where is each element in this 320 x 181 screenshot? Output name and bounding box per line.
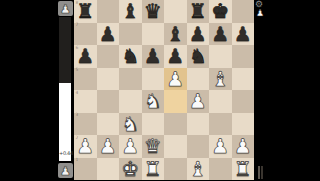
rank-label: 5: [76, 68, 79, 73]
black-pawn[interactable]: ♟: [189, 24, 207, 44]
black-knight[interactable]: ♞: [189, 46, 207, 66]
square-d7[interactable]: [142, 23, 165, 46]
black-pawn[interactable]: ♟: [211, 24, 229, 44]
eval-score: +0.44: [59, 150, 71, 156]
square-d8[interactable]: ♛: [142, 0, 165, 23]
square-g7[interactable]: ♟: [209, 23, 232, 46]
white-queen[interactable]: ♛: [144, 136, 162, 156]
square-h1[interactable]: ♜: [232, 158, 255, 181]
black-king[interactable]: ♚: [211, 1, 229, 21]
square-c1[interactable]: ♚: [119, 158, 142, 181]
square-g5[interactable]: ♝: [209, 68, 232, 91]
square-d2[interactable]: ♛: [142, 135, 165, 158]
square-h7[interactable]: ♟: [232, 23, 255, 46]
square-d3[interactable]: [142, 113, 165, 136]
square-h6[interactable]: [232, 45, 255, 68]
white-pawn[interactable]: ♟: [76, 136, 94, 156]
square-e5[interactable]: ♟: [164, 68, 187, 91]
square-b8[interactable]: [97, 0, 120, 23]
square-c2[interactable]: ♟: [119, 135, 142, 158]
white-pawn[interactable]: ♟: [211, 136, 229, 156]
square-f5[interactable]: [187, 68, 210, 91]
eval-gauge: +0.44: [59, 17, 71, 161]
eval-gauge-black-portion: [59, 17, 71, 83]
square-b2[interactable]: ♟: [97, 135, 120, 158]
white-rook[interactable]: ♜: [234, 159, 252, 179]
square-e1[interactable]: [164, 158, 187, 181]
square-b4[interactable]: [97, 90, 120, 113]
square-a3[interactable]: 3: [74, 113, 97, 136]
square-a6[interactable]: 6♟: [74, 45, 97, 68]
rank-label: 8: [76, 1, 79, 6]
square-e7[interactable]: ♝: [164, 23, 187, 46]
square-g2[interactable]: ♟: [209, 135, 232, 158]
black-pawn[interactable]: ♟: [166, 46, 184, 66]
black-bishop[interactable]: ♝: [121, 1, 139, 21]
square-f4[interactable]: ♟: [187, 90, 210, 113]
black-pawn[interactable]: ♟: [76, 46, 94, 66]
square-g6[interactable]: [209, 45, 232, 68]
square-d1[interactable]: ♜: [142, 158, 165, 181]
app-root: ♟ +0.44 ♟ 8♜♝♛♜♚7♟♝♟♟♟6♟♞♟♟♞5♟♝4♞♟3♞2♟♟♟…: [0, 0, 320, 180]
square-g8[interactable]: ♚: [209, 0, 232, 23]
square-b7[interactable]: ♟: [97, 23, 120, 46]
square-c3[interactable]: ♞: [119, 113, 142, 136]
square-e4[interactable]: [164, 90, 187, 113]
square-c4[interactable]: [119, 90, 142, 113]
square-e3[interactable]: [164, 113, 187, 136]
square-b5[interactable]: [97, 68, 120, 91]
square-a2[interactable]: 2♟: [74, 135, 97, 158]
square-a8[interactable]: 8♜: [74, 0, 97, 23]
black-rook[interactable]: ♜: [189, 1, 207, 21]
square-g4[interactable]: [209, 90, 232, 113]
black-knight[interactable]: ♞: [121, 46, 139, 66]
rank-label: 7: [76, 23, 79, 28]
square-b6[interactable]: [97, 45, 120, 68]
rank-label: 2: [76, 136, 79, 141]
square-a1[interactable]: 1: [74, 158, 97, 181]
square-b3[interactable]: [97, 113, 120, 136]
black-queen[interactable]: ♛: [144, 1, 162, 21]
square-b1[interactable]: [97, 158, 120, 181]
white-king[interactable]: ♚: [121, 159, 139, 179]
square-d4[interactable]: ♞: [142, 90, 165, 113]
piece-set-pawn-icon[interactable]: ♟: [256, 8, 264, 18]
square-f3[interactable]: [187, 113, 210, 136]
rank-label: 6: [76, 46, 79, 51]
square-d6[interactable]: ♟: [142, 45, 165, 68]
white-pawn[interactable]: ♟: [234, 136, 252, 156]
square-a5[interactable]: 5: [74, 68, 97, 91]
black-pawn[interactable]: ♟: [99, 24, 117, 44]
black-rook[interactable]: ♜: [76, 1, 94, 21]
square-c8[interactable]: ♝: [119, 0, 142, 23]
square-f6[interactable]: ♞: [187, 45, 210, 68]
square-h2[interactable]: ♟: [232, 135, 255, 158]
square-a4[interactable]: 4: [74, 90, 97, 113]
pawn-avatar-icon: ♟: [60, 165, 71, 177]
pawn-avatar-icon: ♟: [60, 3, 71, 15]
square-h5[interactable]: [232, 68, 255, 91]
white-rook[interactable]: ♜: [144, 159, 162, 179]
top-player-avatar[interactable]: ♟: [58, 1, 73, 16]
white-pawn[interactable]: ♟: [121, 136, 139, 156]
square-h4[interactable]: [232, 90, 255, 113]
square-d5[interactable]: [142, 68, 165, 91]
square-a7[interactable]: 7: [74, 23, 97, 46]
square-e6[interactable]: ♟: [164, 45, 187, 68]
white-bishop[interactable]: ♝: [211, 69, 229, 89]
rank-label: 3: [76, 113, 79, 118]
white-bishop[interactable]: ♝: [189, 159, 207, 179]
square-e2[interactable]: [164, 135, 187, 158]
rank-label: 4: [76, 91, 79, 96]
white-knight[interactable]: ♞: [144, 91, 162, 111]
square-c5[interactable]: [119, 68, 142, 91]
white-pawn[interactable]: ♟: [189, 91, 207, 111]
square-h3[interactable]: [232, 113, 255, 136]
chess-board: 8♜♝♛♜♚7♟♝♟♟♟6♟♞♟♟♞5♟♝4♞♟3♞2♟♟♟♛♟♟1♚♜♝♜: [74, 0, 254, 180]
square-f1[interactable]: ♝: [187, 158, 210, 181]
white-pawn[interactable]: ♟: [166, 69, 184, 89]
square-f8[interactable]: ♜: [187, 0, 210, 23]
black-pawn[interactable]: ♟: [144, 46, 162, 66]
rank-label: 1: [76, 158, 79, 163]
bottom-player-avatar[interactable]: ♟: [58, 163, 73, 178]
square-g1[interactable]: [209, 158, 232, 181]
square-c7[interactable]: [119, 23, 142, 46]
black-pawn[interactable]: ♟: [234, 24, 252, 44]
square-c6[interactable]: ♞: [119, 45, 142, 68]
white-knight[interactable]: ♞: [121, 114, 139, 134]
square-g3[interactable]: [209, 113, 232, 136]
square-e8[interactable]: [164, 0, 187, 23]
square-f7[interactable]: ♟: [187, 23, 210, 46]
black-bishop[interactable]: ♝: [166, 24, 184, 44]
white-pawn[interactable]: ♟: [99, 136, 117, 156]
square-f2[interactable]: [187, 135, 210, 158]
square-h8[interactable]: [232, 0, 255, 23]
resize-handle[interactable]: [258, 166, 260, 179]
